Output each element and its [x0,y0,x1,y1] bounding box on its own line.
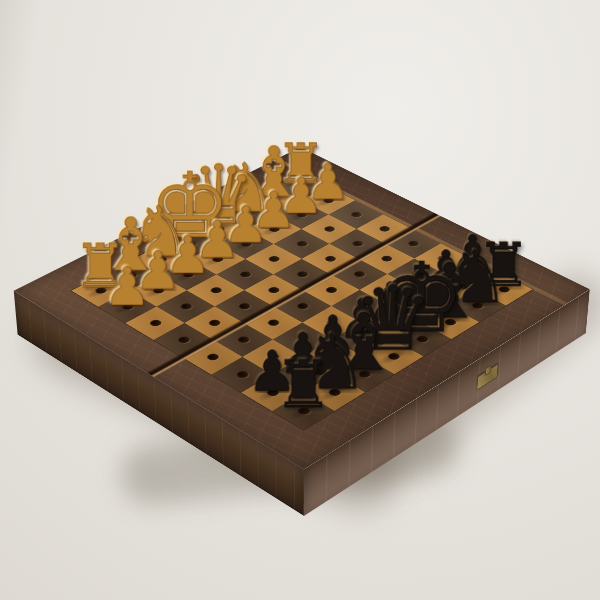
square-a6[interactable] [125,307,184,340]
piece-glyph: ♟ [104,261,152,311]
clasp-hook-icon [485,365,491,376]
peg-hole [147,319,162,328]
square-a5[interactable] [153,323,213,357]
brass-clasp[interactable] [476,364,498,391]
peg-hole [294,183,308,190]
peg-hole [267,197,281,204]
piece-black-rook[interactable]: ♜ [240,269,366,416]
photo-scene: ♜♝♟♞♟♛♟♚♟♞♟♝♟♟♜♟♟♜♟♟♞♟♝♟♚♟♛♟♝♟♞♜ [0,0,600,600]
piece-glyph: ♜ [274,355,333,417]
piece-white-pawn[interactable]: ♟ [68,174,186,311]
chess-board: ♜♝♟♞♟♛♟♚♟♞♟♝♟♟♜♟♟♜♟♟♞♟♝♟♚♟♛♟♝♟♞♜ [14,147,590,470]
peg-hole [175,335,191,344]
peg-hole [239,211,253,218]
